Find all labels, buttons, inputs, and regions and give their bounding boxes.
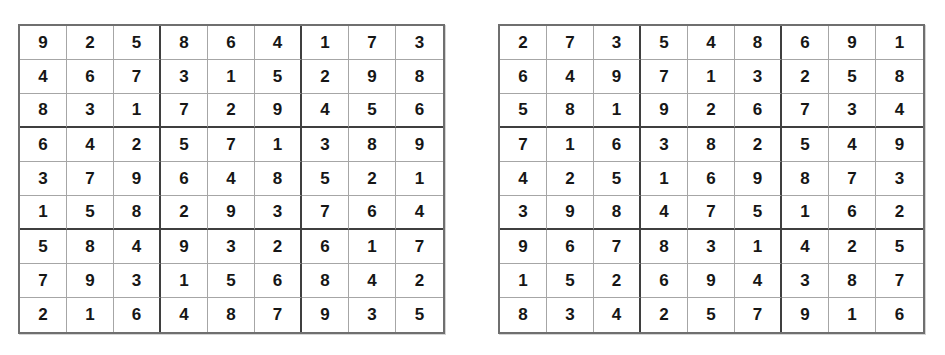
cell-r8c4: 1 [161, 264, 208, 298]
cell-r6c7: 7 [302, 196, 349, 230]
cell-r5c1: 4 [500, 162, 547, 196]
cell-r7c1: 5 [20, 230, 67, 264]
cell-r3c2: 8 [547, 94, 594, 128]
cell-r9c2: 3 [547, 298, 594, 332]
cell-r8c7: 8 [302, 264, 349, 298]
cell-r2c4: 3 [161, 60, 208, 94]
cell-r6c9: 2 [876, 196, 923, 230]
cell-r7c2: 8 [67, 230, 114, 264]
cell-r3c8: 3 [829, 94, 876, 128]
sudoku-grid-right: 2735486916497132585819267347163825494251… [498, 24, 925, 334]
cell-r1c7: 1 [302, 26, 349, 60]
cell-r2c2: 4 [547, 60, 594, 94]
cell-r8c5: 9 [688, 264, 735, 298]
cell-r9c5: 8 [208, 298, 255, 332]
cell-r6c9: 4 [396, 196, 443, 230]
cell-r9c4: 4 [161, 298, 208, 332]
cell-r3c5: 2 [208, 94, 255, 128]
cell-r8c2: 5 [547, 264, 594, 298]
cell-r5c8: 2 [349, 162, 396, 196]
cell-r2c8: 5 [829, 60, 876, 94]
cell-r5c9: 1 [396, 162, 443, 196]
cell-r2c7: 2 [302, 60, 349, 94]
cell-r3c6: 6 [735, 94, 782, 128]
cell-r3c1: 8 [20, 94, 67, 128]
cell-r5c5: 6 [688, 162, 735, 196]
cell-r7c4: 9 [161, 230, 208, 264]
cell-r4c9: 9 [396, 128, 443, 162]
cell-r9c3: 4 [594, 298, 641, 332]
cell-r1c2: 7 [547, 26, 594, 60]
cell-r5c9: 3 [876, 162, 923, 196]
cell-r7c9: 5 [876, 230, 923, 264]
cell-r8c4: 6 [641, 264, 688, 298]
cell-r9c8: 3 [349, 298, 396, 332]
cell-r7c3: 4 [114, 230, 161, 264]
cell-r4c2: 4 [67, 128, 114, 162]
cell-r4c5: 8 [688, 128, 735, 162]
cell-r3c4: 7 [161, 94, 208, 128]
cell-r2c3: 9 [594, 60, 641, 94]
cell-r3c6: 9 [255, 94, 302, 128]
cell-r3c8: 5 [349, 94, 396, 128]
cell-r3c7: 7 [782, 94, 829, 128]
cell-r1c5: 4 [688, 26, 735, 60]
cell-r5c7: 8 [782, 162, 829, 196]
cell-r2c3: 7 [114, 60, 161, 94]
cell-r1c9: 3 [396, 26, 443, 60]
cell-r9c6: 7 [255, 298, 302, 332]
cell-r6c5: 9 [208, 196, 255, 230]
cell-r1c4: 5 [641, 26, 688, 60]
cell-r1c6: 4 [255, 26, 302, 60]
cell-r9c1: 8 [500, 298, 547, 332]
cell-r6c5: 7 [688, 196, 735, 230]
cell-r3c3: 1 [594, 94, 641, 128]
cell-r2c2: 6 [67, 60, 114, 94]
cell-r2c9: 8 [396, 60, 443, 94]
cell-r5c6: 9 [735, 162, 782, 196]
cell-r2c6: 3 [735, 60, 782, 94]
cell-r8c8: 8 [829, 264, 876, 298]
cell-r6c6: 3 [255, 196, 302, 230]
cell-r9c9: 6 [876, 298, 923, 332]
cell-r7c8: 2 [829, 230, 876, 264]
cell-r7c8: 1 [349, 230, 396, 264]
cell-r9c7: 9 [782, 298, 829, 332]
cell-r7c2: 6 [547, 230, 594, 264]
cell-r4c3: 6 [594, 128, 641, 162]
cell-r8c3: 2 [594, 264, 641, 298]
cell-r8c5: 5 [208, 264, 255, 298]
cell-r8c6: 6 [255, 264, 302, 298]
sudoku-grid-left: 9258641734673152988317294566425713893796… [18, 24, 445, 334]
cell-r4c1: 6 [20, 128, 67, 162]
cell-r4c5: 7 [208, 128, 255, 162]
cell-r9c9: 5 [396, 298, 443, 332]
cell-r5c3: 9 [114, 162, 161, 196]
cell-r1c5: 6 [208, 26, 255, 60]
cell-r8c8: 4 [349, 264, 396, 298]
cell-r5c2: 2 [547, 162, 594, 196]
cell-r2c1: 6 [500, 60, 547, 94]
cell-r9c4: 2 [641, 298, 688, 332]
cell-r5c2: 7 [67, 162, 114, 196]
cell-r9c3: 6 [114, 298, 161, 332]
cell-r7c7: 6 [302, 230, 349, 264]
cell-r1c1: 2 [500, 26, 547, 60]
cell-r4c4: 3 [641, 128, 688, 162]
cell-r4c7: 5 [782, 128, 829, 162]
cell-r4c6: 1 [255, 128, 302, 162]
cell-r4c7: 3 [302, 128, 349, 162]
cell-r2c8: 9 [349, 60, 396, 94]
cell-r1c9: 1 [876, 26, 923, 60]
cell-r7c3: 7 [594, 230, 641, 264]
cell-r3c3: 1 [114, 94, 161, 128]
sudoku-grids-row: 9258641734673152988317294566425713893796… [18, 24, 925, 334]
cell-r8c3: 3 [114, 264, 161, 298]
cell-r9c8: 1 [829, 298, 876, 332]
cell-r3c5: 2 [688, 94, 735, 128]
cell-r4c3: 2 [114, 128, 161, 162]
cell-r8c7: 3 [782, 264, 829, 298]
cell-r5c6: 8 [255, 162, 302, 196]
cell-r2c1: 4 [20, 60, 67, 94]
cell-r3c1: 5 [500, 94, 547, 128]
cell-r4c6: 2 [735, 128, 782, 162]
cell-r1c6: 8 [735, 26, 782, 60]
cell-r2c4: 7 [641, 60, 688, 94]
cell-r6c2: 9 [547, 196, 594, 230]
cell-r4c8: 8 [349, 128, 396, 162]
cell-r1c3: 3 [594, 26, 641, 60]
cell-r9c5: 5 [688, 298, 735, 332]
cell-r6c4: 4 [641, 196, 688, 230]
cell-r8c9: 7 [876, 264, 923, 298]
cell-r6c8: 6 [829, 196, 876, 230]
cell-r7c5: 3 [208, 230, 255, 264]
cell-r8c9: 2 [396, 264, 443, 298]
cell-r4c8: 4 [829, 128, 876, 162]
cell-r5c8: 7 [829, 162, 876, 196]
cell-r7c9: 7 [396, 230, 443, 264]
cell-r1c4: 8 [161, 26, 208, 60]
cell-r6c2: 5 [67, 196, 114, 230]
cell-r5c4: 6 [161, 162, 208, 196]
cell-r8c1: 1 [500, 264, 547, 298]
cell-r1c7: 6 [782, 26, 829, 60]
cell-r5c7: 5 [302, 162, 349, 196]
cell-r8c2: 9 [67, 264, 114, 298]
cell-r3c9: 4 [876, 94, 923, 128]
cell-r8c6: 4 [735, 264, 782, 298]
cell-r7c6: 1 [735, 230, 782, 264]
cell-r4c4: 5 [161, 128, 208, 162]
cell-r5c4: 1 [641, 162, 688, 196]
cell-r7c1: 9 [500, 230, 547, 264]
cell-r9c2: 1 [67, 298, 114, 332]
cell-r6c3: 8 [594, 196, 641, 230]
cell-r7c7: 4 [782, 230, 829, 264]
cell-r3c9: 6 [396, 94, 443, 128]
cell-r3c7: 4 [302, 94, 349, 128]
cell-r7c6: 2 [255, 230, 302, 264]
cell-r3c2: 3 [67, 94, 114, 128]
cell-r1c8: 9 [829, 26, 876, 60]
cell-r4c2: 1 [547, 128, 594, 162]
cell-r2c9: 8 [876, 60, 923, 94]
cell-r1c3: 5 [114, 26, 161, 60]
cell-r6c4: 2 [161, 196, 208, 230]
cell-r7c4: 8 [641, 230, 688, 264]
cell-r1c2: 2 [67, 26, 114, 60]
cell-r1c8: 7 [349, 26, 396, 60]
cell-r6c7: 1 [782, 196, 829, 230]
cell-r6c8: 6 [349, 196, 396, 230]
cell-r1c1: 9 [20, 26, 67, 60]
cell-r4c1: 7 [500, 128, 547, 162]
cell-r9c1: 2 [20, 298, 67, 332]
cell-r7c5: 3 [688, 230, 735, 264]
page: 9258641734673152988317294566425713893796… [0, 0, 945, 355]
cell-r6c1: 1 [20, 196, 67, 230]
cell-r4c9: 9 [876, 128, 923, 162]
cell-r2c6: 5 [255, 60, 302, 94]
cell-r5c3: 5 [594, 162, 641, 196]
cell-r5c5: 4 [208, 162, 255, 196]
cell-r9c6: 7 [735, 298, 782, 332]
cell-r2c7: 2 [782, 60, 829, 94]
cell-r8c1: 7 [20, 264, 67, 298]
cell-r6c3: 8 [114, 196, 161, 230]
cell-r9c7: 9 [302, 298, 349, 332]
cell-r6c1: 3 [500, 196, 547, 230]
cell-r5c1: 3 [20, 162, 67, 196]
cell-r2c5: 1 [208, 60, 255, 94]
cell-r6c6: 5 [735, 196, 782, 230]
cell-r2c5: 1 [688, 60, 735, 94]
cell-r3c4: 9 [641, 94, 688, 128]
